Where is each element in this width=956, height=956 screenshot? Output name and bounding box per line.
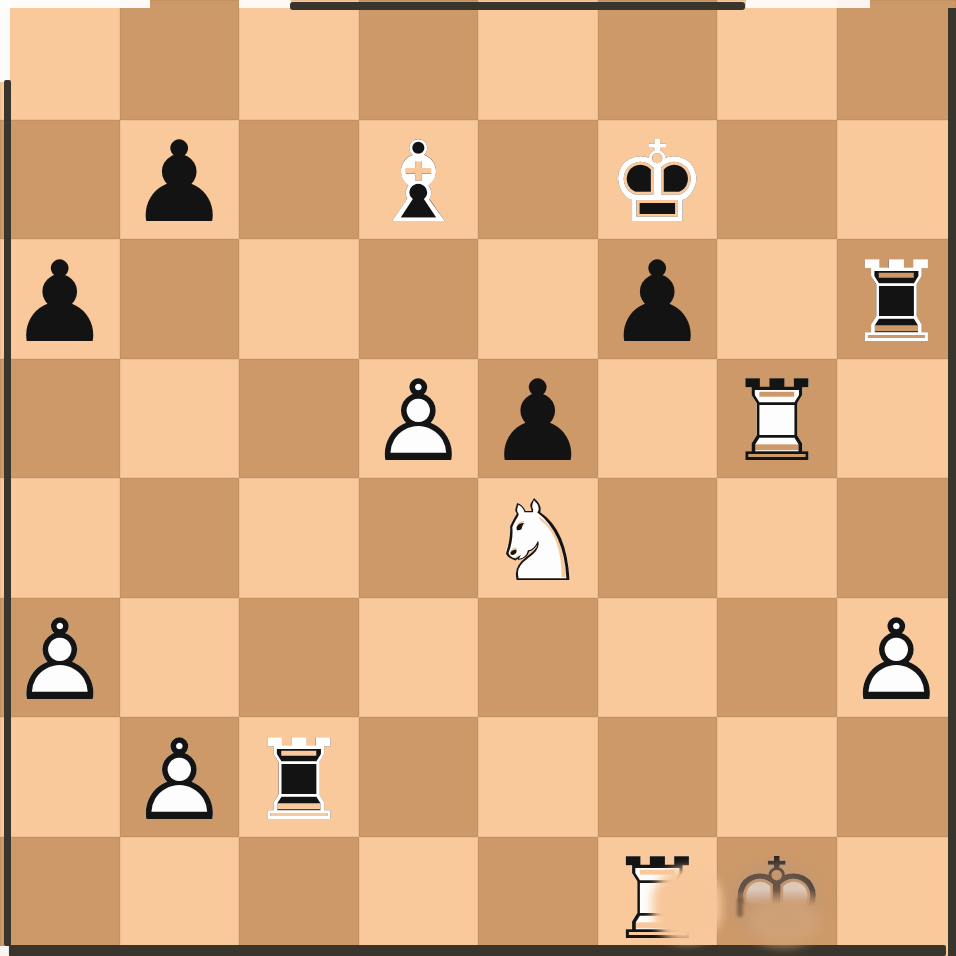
square-b2[interactable]: ♟♙ [120, 717, 240, 837]
white-knight-outline: ♘ [478, 481, 598, 601]
black-pawn-glyph: ♟ [0, 242, 120, 362]
square-e4[interactable]: ♞♘ [478, 478, 598, 598]
piece-white-pawn-d5[interactable]: ♟♙ [359, 359, 479, 479]
piece-black-rook-h6[interactable]: ♜♖ [837, 239, 956, 359]
square-g1[interactable]: ♚♔ [717, 837, 837, 956]
piece-white-rook-f1[interactable]: ♜♖ [598, 837, 718, 956]
square-a4[interactable] [0, 478, 120, 598]
square-c5[interactable] [239, 359, 359, 479]
square-d3[interactable] [359, 598, 479, 718]
square-d1[interactable] [359, 837, 479, 956]
white-rook-outline: ♖ [717, 362, 837, 482]
white-pawn-outline: ♙ [359, 362, 479, 482]
square-h2[interactable] [837, 717, 956, 837]
square-e3[interactable] [478, 598, 598, 718]
square-h8[interactable] [837, 0, 956, 120]
piece-black-king-f7[interactable]: ♚♔ [598, 120, 718, 240]
square-a2[interactable] [0, 717, 120, 837]
piece-black-pawn-b7[interactable]: ♟ [120, 120, 240, 240]
square-f7[interactable]: ♚♔ [598, 120, 718, 240]
square-f4[interactable] [598, 478, 718, 598]
square-d4[interactable] [359, 478, 479, 598]
piece-white-king-g1[interactable]: ♚♔ [717, 837, 837, 956]
square-h3[interactable]: ♟♙ [837, 598, 956, 718]
square-f8[interactable] [598, 0, 718, 120]
piece-black-rook-c2[interactable]: ♜♖ [239, 717, 359, 837]
square-g2[interactable] [717, 717, 837, 837]
square-a8[interactable] [0, 0, 120, 120]
square-c7[interactable] [239, 120, 359, 240]
square-b3[interactable] [120, 598, 240, 718]
square-b7[interactable]: ♟ [120, 120, 240, 240]
square-a3[interactable]: ♟♙ [0, 598, 120, 718]
square-g8[interactable] [717, 0, 837, 120]
square-h5[interactable] [837, 359, 956, 479]
square-h1[interactable] [837, 837, 956, 956]
square-g6[interactable] [717, 239, 837, 359]
piece-black-pawn-f6[interactable]: ♟ [598, 239, 718, 359]
white-pawn-outline: ♙ [120, 720, 240, 840]
square-b1[interactable] [120, 837, 240, 956]
black-rook-outline: ♖ [239, 720, 359, 840]
square-c2[interactable]: ♜♖ [239, 717, 359, 837]
square-c4[interactable] [239, 478, 359, 598]
black-bishop-outline: ♗ [359, 123, 479, 243]
square-e2[interactable] [478, 717, 598, 837]
square-f3[interactable] [598, 598, 718, 718]
square-b6[interactable] [120, 239, 240, 359]
black-pawn-glyph: ♟ [598, 242, 718, 362]
square-c1[interactable] [239, 837, 359, 956]
piece-white-pawn-h3[interactable]: ♟♙ [837, 598, 956, 718]
square-d2[interactable] [359, 717, 479, 837]
white-pawn-outline: ♙ [0, 601, 120, 721]
square-d5[interactable]: ♟♙ [359, 359, 479, 479]
square-e7[interactable] [478, 120, 598, 240]
square-c8[interactable] [239, 0, 359, 120]
black-pawn-glyph: ♟ [120, 123, 240, 243]
piece-black-pawn-e5[interactable]: ♟ [478, 359, 598, 479]
square-e1[interactable] [478, 837, 598, 956]
black-rook-outline: ♖ [837, 242, 956, 362]
square-b4[interactable] [120, 478, 240, 598]
square-f1[interactable]: ♜♖ [598, 837, 718, 956]
square-h7[interactable] [837, 120, 956, 240]
piece-black-bishop-d7[interactable]: ♝♗ [359, 120, 479, 240]
piece-white-rook-g5[interactable]: ♜♖ [717, 359, 837, 479]
square-a6[interactable]: ♟ [0, 239, 120, 359]
chess-board: ♟♝♗♚♔♟♟♜♖♟♙♟♜♖♞♘♟♙♟♙♟♙♜♖♜♖♚♔ [0, 0, 956, 956]
piece-black-pawn-a6[interactable]: ♟ [0, 239, 120, 359]
screenshot-stage: ♟♝♗♚♔♟♟♜♖♟♙♟♜♖♞♘♟♙♟♙♟♙♜♖♜♖♚♔ [0, 0, 956, 956]
black-king-outline: ♔ [598, 123, 718, 243]
square-b8[interactable] [120, 0, 240, 120]
square-f2[interactable] [598, 717, 718, 837]
square-f5[interactable] [598, 359, 718, 479]
square-a1[interactable] [0, 837, 120, 956]
piece-white-knight-e4[interactable]: ♞♘ [478, 478, 598, 598]
square-e8[interactable] [478, 0, 598, 120]
square-g5[interactable]: ♜♖ [717, 359, 837, 479]
square-g3[interactable] [717, 598, 837, 718]
square-a7[interactable] [0, 120, 120, 240]
piece-white-pawn-b2[interactable]: ♟♙ [120, 717, 240, 837]
square-e6[interactable] [478, 239, 598, 359]
square-h6[interactable]: ♜♖ [837, 239, 956, 359]
square-d6[interactable] [359, 239, 479, 359]
black-pawn-glyph: ♟ [478, 362, 598, 482]
square-h4[interactable] [837, 478, 956, 598]
square-d7[interactable]: ♝♗ [359, 120, 479, 240]
white-king-outline: ♔ [717, 840, 837, 956]
square-c6[interactable] [239, 239, 359, 359]
white-rook-outline: ♖ [598, 840, 718, 956]
square-c3[interactable] [239, 598, 359, 718]
white-pawn-outline: ♙ [837, 601, 956, 721]
square-b5[interactable] [120, 359, 240, 479]
square-g4[interactable] [717, 478, 837, 598]
square-a5[interactable] [0, 359, 120, 479]
square-e5[interactable]: ♟ [478, 359, 598, 479]
square-d8[interactable] [359, 0, 479, 120]
piece-white-pawn-a3[interactable]: ♟♙ [0, 598, 120, 718]
square-g7[interactable] [717, 120, 837, 240]
square-f6[interactable]: ♟ [598, 239, 718, 359]
